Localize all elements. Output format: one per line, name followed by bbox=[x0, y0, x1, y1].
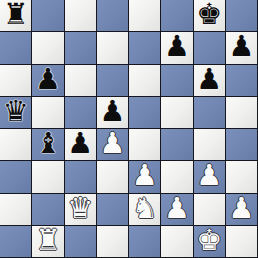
square-g5[interactable] bbox=[194, 97, 226, 129]
square-c8[interactable] bbox=[65, 0, 97, 32]
square-a7[interactable] bbox=[0, 32, 32, 64]
square-b1[interactable]: ♜ bbox=[32, 226, 64, 258]
square-d6[interactable] bbox=[97, 65, 129, 97]
square-b6[interactable]: ♟ bbox=[32, 65, 64, 97]
square-h2[interactable]: ♟ bbox=[226, 194, 258, 226]
square-e1[interactable] bbox=[129, 226, 161, 258]
square-c6[interactable] bbox=[65, 65, 97, 97]
square-h8[interactable] bbox=[226, 0, 258, 32]
black-queen-piece: ♛ bbox=[3, 97, 29, 126]
square-a4[interactable] bbox=[0, 129, 32, 161]
square-d1[interactable] bbox=[97, 226, 129, 258]
square-f3[interactable] bbox=[161, 161, 193, 193]
square-h4[interactable] bbox=[226, 129, 258, 161]
square-b3[interactable] bbox=[32, 161, 64, 193]
square-h7[interactable]: ♟ bbox=[226, 32, 258, 64]
square-d2[interactable] bbox=[97, 194, 129, 226]
square-a8[interactable]: ♜ bbox=[0, 0, 32, 32]
square-e2[interactable]: ♞ bbox=[129, 194, 161, 226]
square-d7[interactable] bbox=[97, 32, 129, 64]
black-rook-piece: ♜ bbox=[3, 0, 29, 29]
square-e7[interactable] bbox=[129, 32, 161, 64]
black-bishop-piece: ♝ bbox=[35, 129, 61, 158]
square-f8[interactable] bbox=[161, 0, 193, 32]
square-e6[interactable] bbox=[129, 65, 161, 97]
square-b4[interactable]: ♝ bbox=[32, 129, 64, 161]
square-b8[interactable] bbox=[32, 0, 64, 32]
square-f4[interactable] bbox=[161, 129, 193, 161]
square-d5[interactable]: ♟ bbox=[97, 97, 129, 129]
square-a3[interactable] bbox=[0, 161, 32, 193]
square-g4[interactable] bbox=[194, 129, 226, 161]
square-a5[interactable]: ♛ bbox=[0, 97, 32, 129]
square-b2[interactable] bbox=[32, 194, 64, 226]
square-a1[interactable] bbox=[0, 226, 32, 258]
white-pawn-piece: ♟ bbox=[132, 161, 158, 190]
white-knight-piece: ♞ bbox=[132, 194, 158, 223]
square-d8[interactable] bbox=[97, 0, 129, 32]
square-e3[interactable]: ♟ bbox=[129, 161, 161, 193]
white-rook-piece: ♜ bbox=[35, 226, 61, 255]
square-e8[interactable] bbox=[129, 0, 161, 32]
square-f5[interactable] bbox=[161, 97, 193, 129]
black-pawn-piece: ♟ bbox=[67, 129, 93, 158]
square-c2[interactable]: ♛ bbox=[65, 194, 97, 226]
square-f1[interactable] bbox=[161, 226, 193, 258]
square-g6[interactable]: ♟ bbox=[194, 65, 226, 97]
black-king-piece: ♚ bbox=[196, 0, 222, 29]
square-c5[interactable] bbox=[65, 97, 97, 129]
white-king-piece: ♚ bbox=[196, 226, 222, 255]
white-pawn-piece: ♟ bbox=[196, 161, 222, 190]
square-g1[interactable]: ♚ bbox=[194, 226, 226, 258]
square-c1[interactable] bbox=[65, 226, 97, 258]
square-f7[interactable]: ♟ bbox=[161, 32, 193, 64]
square-b5[interactable] bbox=[32, 97, 64, 129]
square-h1[interactable] bbox=[226, 226, 258, 258]
white-pawn-piece: ♟ bbox=[99, 129, 125, 158]
square-a2[interactable] bbox=[0, 194, 32, 226]
white-pawn-piece: ♟ bbox=[228, 194, 254, 223]
square-c4[interactable]: ♟ bbox=[65, 129, 97, 161]
black-pawn-piece: ♟ bbox=[228, 32, 254, 61]
square-e4[interactable] bbox=[129, 129, 161, 161]
black-pawn-piece: ♟ bbox=[99, 97, 125, 126]
square-d4[interactable]: ♟ bbox=[97, 129, 129, 161]
square-f6[interactable] bbox=[161, 65, 193, 97]
black-pawn-piece: ♟ bbox=[35, 65, 61, 94]
white-pawn-piece: ♟ bbox=[164, 194, 190, 223]
square-e5[interactable] bbox=[129, 97, 161, 129]
square-h5[interactable] bbox=[226, 97, 258, 129]
square-g7[interactable] bbox=[194, 32, 226, 64]
square-g2[interactable] bbox=[194, 194, 226, 226]
square-c3[interactable] bbox=[65, 161, 97, 193]
square-g8[interactable]: ♚ bbox=[194, 0, 226, 32]
square-a6[interactable] bbox=[0, 65, 32, 97]
white-queen-piece: ♛ bbox=[67, 194, 93, 223]
square-d3[interactable] bbox=[97, 161, 129, 193]
black-pawn-piece: ♟ bbox=[196, 65, 222, 94]
square-g3[interactable]: ♟ bbox=[194, 161, 226, 193]
square-f2[interactable]: ♟ bbox=[161, 194, 193, 226]
black-pawn-piece: ♟ bbox=[164, 32, 190, 61]
square-h3[interactable] bbox=[226, 161, 258, 193]
square-h6[interactable] bbox=[226, 65, 258, 97]
square-b7[interactable] bbox=[32, 32, 64, 64]
chess-board: ♜♚♟♟♟♟♛♟♝♟♟♟♟♛♞♟♟♜♚ bbox=[0, 0, 258, 258]
square-c7[interactable] bbox=[65, 32, 97, 64]
